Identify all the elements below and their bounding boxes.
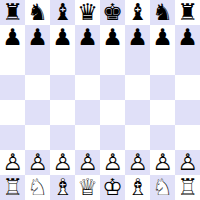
square-e5[interactable]: [100, 75, 125, 100]
square-e1[interactable]: ♚♔: [100, 175, 125, 200]
square-a7[interactable]: ♟: [0, 25, 25, 50]
black-bishop[interactable]: ♝: [50, 0, 75, 25]
square-b3[interactable]: [25, 125, 50, 150]
white-bishop-outline-glyph: ♗: [125, 175, 150, 200]
square-c1[interactable]: ♝♗: [50, 175, 75, 200]
black-knight[interactable]: ♞: [150, 0, 175, 25]
square-h6[interactable]: [175, 50, 200, 75]
white-pawn[interactable]: ♟♙: [25, 150, 50, 175]
square-h7[interactable]: ♟: [175, 25, 200, 50]
white-pawn[interactable]: ♟♙: [0, 150, 25, 175]
square-a2[interactable]: ♟♙: [0, 150, 25, 175]
square-d7[interactable]: ♟: [75, 25, 100, 50]
white-rook[interactable]: ♜♖: [175, 175, 200, 200]
white-bishop-outline-glyph: ♗: [50, 175, 75, 200]
square-f4[interactable]: [125, 100, 150, 125]
square-e7[interactable]: ♟: [100, 25, 125, 50]
white-pawn-outline-glyph: ♙: [0, 150, 25, 175]
square-h3[interactable]: [175, 125, 200, 150]
black-bishop-glyph: ♝: [50, 0, 75, 25]
white-pawn-outline-glyph: ♙: [100, 150, 125, 175]
black-pawn[interactable]: ♟: [100, 25, 125, 50]
black-knight-glyph: ♞: [150, 0, 175, 25]
square-d1[interactable]: ♛♕: [75, 175, 100, 200]
black-pawn-glyph: ♟: [50, 25, 75, 50]
square-c8[interactable]: ♝: [50, 0, 75, 25]
square-g2[interactable]: ♟♙: [150, 150, 175, 175]
square-f8[interactable]: ♝: [125, 0, 150, 25]
black-pawn-glyph: ♟: [0, 25, 25, 50]
white-pawn-outline-glyph: ♙: [150, 150, 175, 175]
black-pawn-glyph: ♟: [100, 25, 125, 50]
black-pawn[interactable]: ♟: [125, 25, 150, 50]
square-c3[interactable]: [50, 125, 75, 150]
square-e8[interactable]: ♚: [100, 0, 125, 25]
square-h8[interactable]: ♜: [175, 0, 200, 25]
square-g4[interactable]: [150, 100, 175, 125]
black-rook-glyph: ♜: [0, 0, 25, 25]
square-b5[interactable]: [25, 75, 50, 100]
black-pawn[interactable]: ♟: [50, 25, 75, 50]
square-f3[interactable]: [125, 125, 150, 150]
white-pawn-outline-glyph: ♙: [25, 150, 50, 175]
square-f5[interactable]: [125, 75, 150, 100]
square-d5[interactable]: [75, 75, 100, 100]
square-e4[interactable]: [100, 100, 125, 125]
white-bishop[interactable]: ♝♗: [125, 175, 150, 200]
square-h2[interactable]: ♟♙: [175, 150, 200, 175]
square-a1[interactable]: ♜♖: [0, 175, 25, 200]
black-bishop-glyph: ♝: [125, 0, 150, 25]
white-pawn[interactable]: ♟♙: [75, 150, 100, 175]
square-c4[interactable]: [50, 100, 75, 125]
white-pawn-outline-glyph: ♙: [50, 150, 75, 175]
white-king[interactable]: ♚♔: [100, 175, 125, 200]
square-h4[interactable]: [175, 100, 200, 125]
square-b2[interactable]: ♟♙: [25, 150, 50, 175]
black-rook[interactable]: ♜: [175, 0, 200, 25]
white-pawn[interactable]: ♟♙: [125, 150, 150, 175]
white-king-outline-glyph: ♔: [100, 175, 125, 200]
square-b1[interactable]: ♞♘: [25, 175, 50, 200]
square-g8[interactable]: ♞: [150, 0, 175, 25]
black-pawn[interactable]: ♟: [150, 25, 175, 50]
white-rook[interactable]: ♜♖: [0, 175, 25, 200]
white-pawn[interactable]: ♟♙: [100, 150, 125, 175]
square-c6[interactable]: [50, 50, 75, 75]
white-pawn[interactable]: ♟♙: [50, 150, 75, 175]
white-pawn[interactable]: ♟♙: [150, 150, 175, 175]
square-b8[interactable]: ♞: [25, 0, 50, 25]
black-king[interactable]: ♚: [100, 0, 125, 25]
black-pawn-glyph: ♟: [75, 25, 100, 50]
white-pawn-outline-glyph: ♙: [75, 150, 100, 175]
black-pawn[interactable]: ♟: [0, 25, 25, 50]
square-g5[interactable]: [150, 75, 175, 100]
black-bishop[interactable]: ♝: [125, 0, 150, 25]
square-f2[interactable]: ♟♙: [125, 150, 150, 175]
square-a6[interactable]: [0, 50, 25, 75]
white-queen-outline-glyph: ♕: [75, 175, 100, 200]
chess-board: ♜♞♝♛♚♝♞♜♟♟♟♟♟♟♟♟♟♙♟♙♟♙♟♙♟♙♟♙♟♙♟♙♜♖♞♘♝♗♛♕…: [0, 0, 200, 200]
white-pawn-outline-glyph: ♙: [125, 150, 150, 175]
square-d4[interactable]: [75, 100, 100, 125]
square-g6[interactable]: [150, 50, 175, 75]
square-c7[interactable]: ♟: [50, 25, 75, 50]
square-c2[interactable]: ♟♙: [50, 150, 75, 175]
white-knight-outline-glyph: ♘: [25, 175, 50, 200]
square-f6[interactable]: [125, 50, 150, 75]
white-queen[interactable]: ♛♕: [75, 175, 100, 200]
square-d3[interactable]: [75, 125, 100, 150]
black-pawn[interactable]: ♟: [25, 25, 50, 50]
black-pawn-glyph: ♟: [150, 25, 175, 50]
black-knight-glyph: ♞: [25, 0, 50, 25]
black-pawn-glyph: ♟: [25, 25, 50, 50]
white-pawn[interactable]: ♟♙: [175, 150, 200, 175]
square-e2[interactable]: ♟♙: [100, 150, 125, 175]
black-pawn-glyph: ♟: [125, 25, 150, 50]
square-h1[interactable]: ♜♖: [175, 175, 200, 200]
black-king-glyph: ♚: [100, 0, 125, 25]
square-b6[interactable]: [25, 50, 50, 75]
white-pawn-outline-glyph: ♙: [175, 150, 200, 175]
square-e3[interactable]: [100, 125, 125, 150]
square-d2[interactable]: ♟♙: [75, 150, 100, 175]
black-queen-glyph: ♛: [75, 0, 100, 25]
square-g1[interactable]: ♞♘: [150, 175, 175, 200]
square-f1[interactable]: ♝♗: [125, 175, 150, 200]
square-d8[interactable]: ♛: [75, 0, 100, 25]
square-g7[interactable]: ♟: [150, 25, 175, 50]
black-queen[interactable]: ♛: [75, 0, 100, 25]
black-pawn[interactable]: ♟: [175, 25, 200, 50]
black-pawn[interactable]: ♟: [75, 25, 100, 50]
square-a4[interactable]: [0, 100, 25, 125]
black-knight[interactable]: ♞: [25, 0, 50, 25]
white-rook-outline-glyph: ♖: [0, 175, 25, 200]
white-knight-outline-glyph: ♘: [150, 175, 175, 200]
square-c5[interactable]: [50, 75, 75, 100]
white-bishop[interactable]: ♝♗: [50, 175, 75, 200]
square-h5[interactable]: [175, 75, 200, 100]
white-knight[interactable]: ♞♘: [150, 175, 175, 200]
square-a8[interactable]: ♜: [0, 0, 25, 25]
square-b4[interactable]: [25, 100, 50, 125]
square-b7[interactable]: ♟: [25, 25, 50, 50]
black-rook-glyph: ♜: [175, 0, 200, 25]
black-rook[interactable]: ♜: [0, 0, 25, 25]
white-rook-outline-glyph: ♖: [175, 175, 200, 200]
square-a5[interactable]: [0, 75, 25, 100]
square-f7[interactable]: ♟: [125, 25, 150, 50]
white-knight[interactable]: ♞♘: [25, 175, 50, 200]
square-e6[interactable]: [100, 50, 125, 75]
square-a3[interactable]: [0, 125, 25, 150]
black-pawn-glyph: ♟: [175, 25, 200, 50]
square-d6[interactable]: [75, 50, 100, 75]
square-g3[interactable]: [150, 125, 175, 150]
